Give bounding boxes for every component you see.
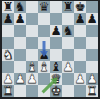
square-c1[interactable] (26, 85, 38, 97)
square-b1[interactable] (14, 85, 26, 97)
square-f3[interactable]: ♟ (62, 61, 74, 73)
square-b4[interactable] (14, 49, 26, 61)
piece-black-rook-f8[interactable]: ♜ (62, 1, 73, 13)
board-frame: ♜♞♛♜♚♟♟♟♟♟♞♞♟♝♝♝♟♟♟♟♛♟♟♜♚♜ (0, 0, 100, 99)
square-f5[interactable] (62, 37, 74, 49)
square-b7[interactable]: ♟ (14, 13, 26, 25)
square-d6[interactable] (38, 25, 50, 37)
square-f2[interactable] (62, 73, 74, 85)
square-g4[interactable] (74, 49, 86, 61)
piece-white-rook-a1[interactable]: ♜ (2, 85, 13, 97)
square-a1[interactable]: ♜ (2, 85, 14, 97)
piece-white-rook-h1[interactable]: ♜ (86, 85, 97, 97)
piece-white-knight-a4[interactable]: ♞ (2, 49, 13, 61)
square-h5[interactable] (86, 37, 98, 49)
square-a7[interactable]: ♟ (2, 13, 14, 25)
square-d8[interactable]: ♛ (38, 1, 50, 13)
square-c7[interactable] (26, 13, 38, 25)
square-g2[interactable]: ♟ (74, 73, 86, 85)
square-d3[interactable]: ♝ (38, 61, 50, 73)
square-c6[interactable] (26, 25, 38, 37)
square-b5[interactable] (14, 37, 26, 49)
square-e8[interactable] (50, 1, 62, 13)
piece-black-pawn-g7[interactable]: ♟ (74, 13, 85, 25)
piece-black-queen-d8[interactable]: ♛ (38, 1, 49, 13)
piece-black-pawn-b7[interactable]: ♟ (14, 13, 25, 25)
square-a4[interactable]: ♞ (2, 49, 14, 61)
square-f1[interactable] (62, 85, 74, 97)
square-d2[interactable] (38, 73, 50, 85)
piece-white-pawn-c2[interactable]: ♟ (26, 73, 37, 85)
square-g5[interactable] (74, 37, 86, 49)
square-c5[interactable] (26, 37, 38, 49)
piece-white-pawn-b2[interactable]: ♟ (14, 73, 25, 85)
piece-black-pawn-e6[interactable]: ♟ (50, 25, 61, 37)
square-g7[interactable]: ♟ (74, 13, 86, 25)
square-e5[interactable] (50, 37, 62, 49)
square-h1[interactable]: ♜ (86, 85, 98, 97)
square-h4[interactable] (86, 49, 98, 61)
square-h7[interactable]: ♟ (86, 13, 98, 25)
piece-white-king-e1[interactable]: ♚ (50, 85, 61, 97)
square-c8[interactable] (26, 1, 38, 13)
piece-white-pawn-f3[interactable]: ♟ (62, 61, 73, 73)
square-e1[interactable]: ♚ (50, 85, 62, 97)
square-e6[interactable]: ♟ (50, 25, 62, 37)
piece-black-knight-f6[interactable]: ♞ (62, 25, 73, 37)
piece-white-pawn-g2[interactable]: ♟ (74, 73, 85, 85)
square-c2[interactable]: ♟ (26, 73, 38, 85)
square-g6[interactable] (74, 25, 86, 37)
square-a6[interactable] (2, 25, 14, 37)
square-f8[interactable]: ♜ (62, 1, 74, 13)
square-b6[interactable] (14, 25, 26, 37)
square-b2[interactable]: ♟ (14, 73, 26, 85)
piece-black-pawn-h7[interactable]: ♟ (86, 13, 97, 25)
piece-black-pawn-a7[interactable]: ♟ (2, 13, 13, 25)
chess-board: ♜♞♛♜♚♟♟♟♟♟♞♞♟♝♝♝♟♟♟♟♛♟♟♜♚♜ (2, 1, 98, 97)
square-d1[interactable] (38, 85, 50, 97)
piece-white-bishop-d3[interactable]: ♝ (38, 61, 49, 73)
square-d7[interactable] (38, 13, 50, 25)
square-h6[interactable] (86, 25, 98, 37)
square-f6[interactable]: ♞ (62, 25, 74, 37)
square-g1[interactable] (74, 85, 86, 97)
